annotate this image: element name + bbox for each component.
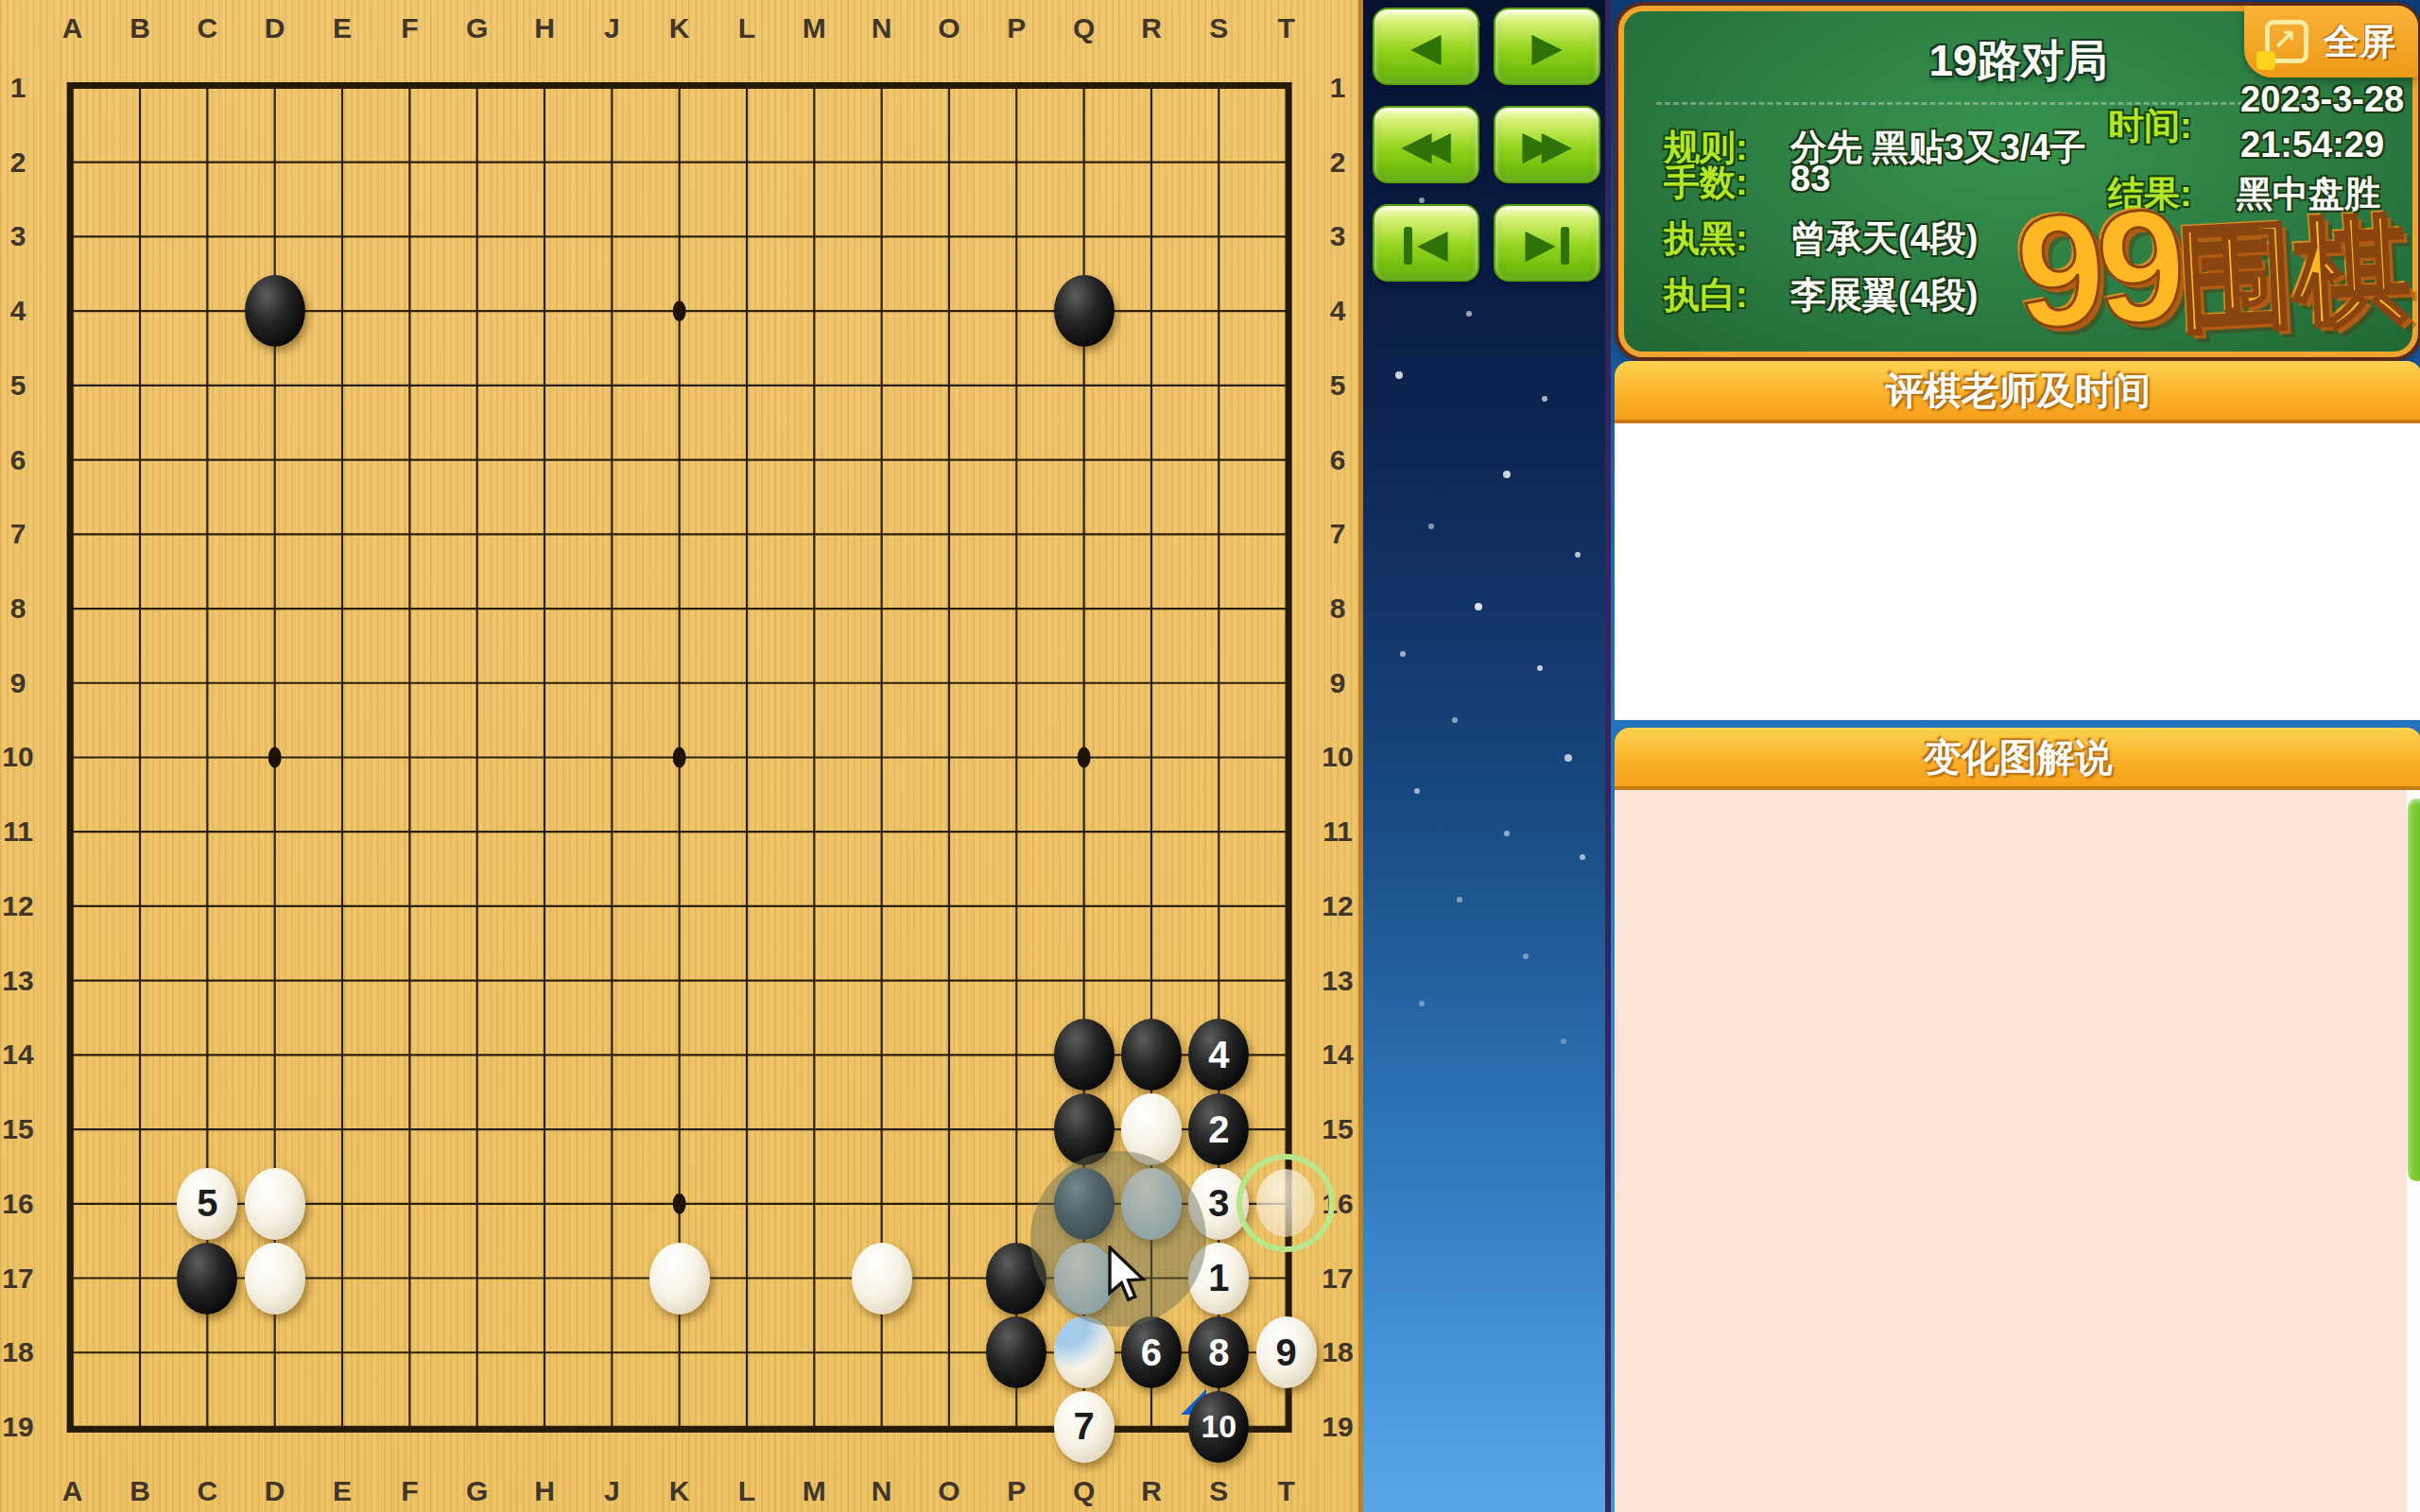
coord-label: D [254, 1475, 296, 1507]
coord-label: E [321, 1475, 363, 1507]
coord-label: R [1131, 12, 1172, 44]
move-number: 6 [1141, 1332, 1162, 1374]
coord-label: R [1131, 1475, 1172, 1507]
jump-start-button[interactable]: ◀ [1373, 204, 1479, 282]
coord-label: F [389, 12, 430, 44]
move-number: 10 [1201, 1408, 1236, 1445]
coord-label: 17 [1317, 1263, 1358, 1295]
black-player-label: 执黑: [1664, 215, 1748, 263]
moves-label: 手数: [1664, 159, 1748, 207]
coord-label: 14 [1317, 1039, 1358, 1071]
coord-label: L [726, 1475, 768, 1507]
coord-label: O [928, 12, 970, 44]
stone-T18: 9 [1256, 1316, 1317, 1388]
time-value-2: 21:54:29 [2240, 125, 2384, 165]
commentary-header: 评棋老师及时间 [1615, 361, 2420, 423]
coord-label: H [524, 12, 565, 44]
stone-C16: 5 [177, 1168, 237, 1240]
black-player-value: 曾承天(4段) [1790, 215, 1978, 263]
ghost-stone [1256, 1169, 1315, 1237]
info-column: 19路对局 全屏 规则: 分先 黑贴3又3/4子 时间: 2023-3-28 2… [1605, 0, 2420, 1512]
coord-label: 6 [0, 444, 39, 476]
stone-Q4 [1054, 275, 1115, 347]
moves-value: 83 [1790, 159, 1830, 199]
coord-label: 12 [1317, 890, 1358, 922]
coord-label: D [254, 12, 296, 44]
coord-label: 17 [0, 1263, 39, 1295]
step-forward-button[interactable]: ▶ [1494, 8, 1600, 85]
coord-label: 3 [0, 220, 39, 252]
coord-label: P [995, 12, 1037, 44]
coord-label: 16 [0, 1188, 39, 1220]
coord-label: P [995, 1475, 1037, 1507]
coord-label: T [1266, 12, 1307, 44]
coord-label: A [52, 12, 94, 44]
coord-label: A [52, 1475, 94, 1507]
coord-label: G [457, 1475, 498, 1507]
go-board[interactable]: ABCDEFGHJKLMNOPQRST ABCDEFGHJKLMNOPQRST … [0, 0, 1358, 1512]
jump-end-button[interactable]: ▶ [1494, 204, 1600, 282]
coord-label: O [928, 1475, 970, 1507]
app-window: ABCDEFGHJKLMNOPQRST ABCDEFGHJKLMNOPQRST … [0, 0, 2420, 1512]
coord-label: B [119, 1475, 161, 1507]
app-logo: 99围棋 [2012, 162, 2413, 367]
move-number: 5 [197, 1182, 217, 1225]
move-number: 1 [1208, 1257, 1229, 1299]
coord-label: 19 [1317, 1411, 1358, 1443]
coord-label: H [524, 1475, 565, 1507]
coord-label: 7 [1317, 518, 1358, 550]
coord-label: B [119, 12, 161, 44]
coord-label: 10 [1317, 741, 1358, 773]
step-forward-icon: ▶ [1531, 24, 1562, 70]
move-number: 9 [1276, 1332, 1297, 1374]
stone-S15: 2 [1188, 1093, 1249, 1165]
stone-N17 [852, 1243, 912, 1314]
move-number: 4 [1208, 1034, 1229, 1076]
coord-label: 7 [0, 518, 39, 550]
move-number: 3 [1208, 1182, 1229, 1225]
fast-back-button[interactable]: ◀◀ [1373, 106, 1479, 183]
coord-label: 3 [1317, 220, 1358, 252]
stone-D17 [245, 1243, 305, 1314]
coord-label: 15 [0, 1113, 39, 1145]
coord-label: C [186, 12, 228, 44]
time-value-1: 2023-3-28 [2240, 79, 2404, 120]
coord-label: Q [1063, 1475, 1105, 1507]
jump-end-icon: ▶ [1525, 220, 1568, 266]
stone-Q18 [1054, 1316, 1115, 1388]
coord-label: S [1198, 1475, 1239, 1507]
coord-label: 1 [1317, 72, 1358, 104]
control-panel: ◀ ▶ ◀◀ ▶▶ ◀ ▶ 棋谱分析 形势判断 结束试下 保存棋谱 查看手数 评… [1358, 0, 1605, 1512]
coord-label: 11 [0, 816, 39, 848]
coord-label: Q [1063, 12, 1105, 44]
coord-label: N [861, 1475, 903, 1507]
fullscreen-icon [2265, 20, 2308, 63]
jump-start-icon: ◀ [1404, 220, 1447, 266]
coord-label: 11 [1317, 816, 1358, 848]
move-number: 2 [1208, 1108, 1229, 1151]
coord-label: T [1266, 1475, 1307, 1507]
rule-value: 分先 黑贴3又3/4子 [1790, 124, 2086, 172]
coord-label: K [659, 12, 700, 44]
step-back-icon: ◀ [1410, 24, 1441, 70]
coord-label: 2 [1317, 146, 1358, 179]
stone-D4 [245, 275, 305, 347]
time-label: 时间: [2108, 102, 2192, 150]
coord-label: 18 [1317, 1336, 1358, 1368]
coord-label: F [389, 1475, 430, 1507]
step-back-button[interactable]: ◀ [1373, 8, 1479, 85]
coord-label: K [659, 1475, 700, 1507]
stone-D16 [245, 1168, 305, 1240]
stone-C17 [177, 1243, 237, 1314]
coord-label: 13 [1317, 965, 1358, 997]
move-number: 8 [1208, 1332, 1229, 1374]
white-player-label: 执白: [1664, 271, 1748, 319]
stone-Q19: 7 [1054, 1391, 1115, 1463]
coord-label: N [861, 12, 903, 44]
white-player-value: 李展翼(4段) [1790, 271, 1978, 319]
coord-label: 12 [0, 890, 39, 922]
game-info-card: 19路对局 全屏 规则: 分先 黑贴3又3/4子 时间: 2023-3-28 2… [1618, 6, 2418, 357]
fullscreen-button[interactable]: 全屏 [2244, 6, 2418, 77]
coord-label: G [457, 12, 498, 44]
stone-R14 [1121, 1019, 1182, 1091]
stone-S19: 10 [1188, 1391, 1249, 1463]
coord-label: 9 [0, 667, 39, 699]
coord-label: 19 [0, 1411, 39, 1443]
variation-header: 变化图解说 [1615, 728, 2420, 790]
coord-label: 10 [0, 741, 39, 773]
starfield-decor [1363, 0, 1367, 4]
coord-label: M [793, 12, 835, 44]
scrollbar-thumb[interactable] [2408, 799, 2420, 1181]
fast-forward-button[interactable]: ▶▶ [1494, 106, 1600, 183]
coord-label: J [591, 1475, 632, 1507]
coord-label: 18 [0, 1336, 39, 1368]
coord-label: 5 [1317, 369, 1358, 402]
coord-label: 13 [0, 965, 39, 997]
commentary-panel [1615, 423, 2420, 720]
variation-panel [1615, 790, 2407, 1512]
fast-forward-icon: ▶▶ [1522, 122, 1572, 168]
stone-K17 [649, 1243, 710, 1314]
coord-label: 15 [1317, 1113, 1358, 1145]
coord-label: S [1198, 12, 1239, 44]
fast-back-icon: ◀◀ [1401, 122, 1451, 168]
coord-label: 8 [1317, 593, 1358, 625]
stone-R18: 6 [1121, 1316, 1182, 1388]
coord-label: 4 [0, 295, 39, 327]
fullscreen-label: 全屏 [2324, 18, 2395, 66]
mouse-cursor [1106, 1246, 1149, 1308]
coord-label: 9 [1317, 667, 1358, 699]
logo-99: 99 [2012, 176, 2182, 362]
coord-label: J [591, 12, 632, 44]
coord-label: C [186, 1475, 228, 1507]
coord-label: 8 [0, 593, 39, 625]
stone-Q14 [1054, 1019, 1115, 1091]
coord-label: 1 [0, 72, 39, 104]
logo-weiqi: 围棋 [2175, 203, 2412, 344]
coord-label: 5 [0, 369, 39, 402]
coord-label: E [321, 12, 363, 44]
coord-label: 6 [1317, 444, 1358, 476]
move-number: 7 [1074, 1405, 1095, 1448]
coord-label: 2 [0, 146, 39, 179]
coord-label: M [793, 1475, 835, 1507]
coord-label: 14 [0, 1039, 39, 1071]
coord-label: 4 [1317, 295, 1358, 327]
coord-label: L [726, 12, 768, 44]
